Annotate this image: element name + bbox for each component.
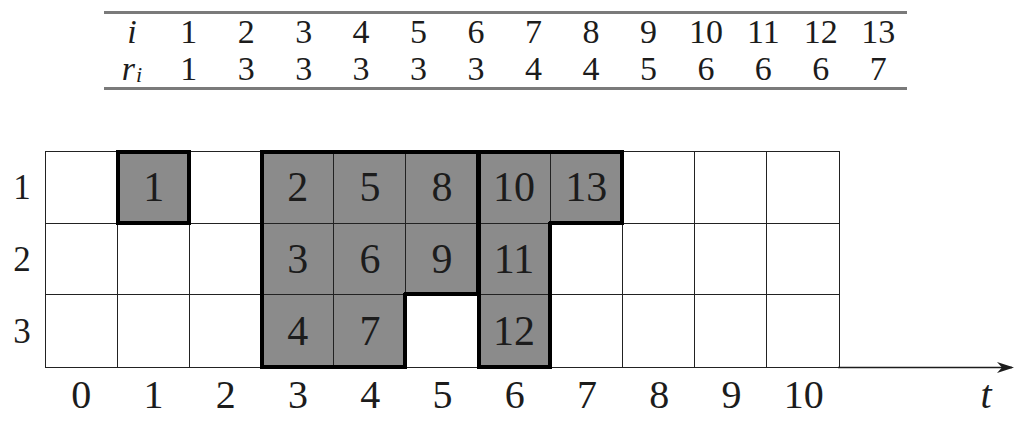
thick-border-r [548, 293, 552, 369]
grid-cell-m2-t7 [551, 224, 623, 296]
machine-label-3: 3 [4, 296, 40, 368]
table-row-label-ri: ri [104, 51, 160, 88]
release-time-job-13: 7 [850, 51, 907, 88]
grid-cell-m3-t0 [46, 295, 118, 367]
grid-cell-m3-t4: 7 [334, 295, 406, 367]
release-time-job-12: 6 [792, 51, 849, 88]
machine-label-1: 1 [4, 151, 40, 223]
machine-labels: 123 [4, 151, 40, 368]
grid-cell-m3-t6: 12 [479, 295, 551, 367]
grid-cell-m1-t0 [46, 152, 118, 224]
table-header-i: i [104, 14, 160, 51]
thick-border-l [477, 222, 481, 297]
job-number-12: 12 [493, 310, 535, 352]
grid-cell-m3-t3: 4 [262, 295, 334, 367]
job-index-8: 8 [562, 14, 619, 51]
release-time-table: i12345678910111213ri1333334456667 [104, 11, 907, 90]
release-time-job-6: 3 [447, 51, 504, 88]
release-time-job-1: 1 [160, 51, 217, 88]
time-tick-3: 3 [262, 373, 334, 417]
time-tick-9: 9 [695, 373, 767, 417]
grid-cell-m2-t9 [695, 224, 767, 296]
job-index-5: 5 [390, 14, 447, 51]
thick-border-b [404, 292, 479, 296]
time-tick-5: 5 [406, 373, 478, 417]
job-number-9: 9 [431, 238, 452, 280]
thick-border-b [549, 221, 624, 225]
thick-border-r [620, 150, 624, 225]
release-time-job-4: 3 [332, 51, 389, 88]
machine-label-2: 2 [4, 223, 40, 295]
job-index-10: 10 [677, 14, 734, 51]
grid-cell-m3-t1 [118, 295, 190, 367]
job-index-12: 12 [792, 14, 849, 51]
grid-cell-m3-t9 [695, 295, 767, 367]
job-number-6: 6 [359, 238, 380, 280]
time-axis-label: t [962, 373, 1010, 417]
grid-cell-m1-t3: 2 [262, 152, 334, 224]
grid-cell-m1-t7: 13 [551, 152, 623, 224]
job-number-11: 11 [494, 238, 534, 280]
grid-cell-m1-t10 [767, 152, 839, 224]
job-index-1: 1 [160, 14, 217, 51]
thick-border-t [332, 150, 407, 154]
thick-border-b [260, 365, 335, 369]
grid-cell-m3-t8 [623, 295, 695, 367]
grid-cell-m2-t8 [623, 224, 695, 296]
thick-border-l [260, 222, 264, 297]
thick-border-b [116, 221, 191, 225]
job-index-7: 7 [505, 14, 562, 51]
release-time-job-8: 4 [562, 51, 619, 88]
grid-cell-m1-t1: 1 [118, 152, 190, 224]
grid-cell-m2-t0 [46, 224, 118, 296]
job-number-8: 8 [431, 166, 452, 208]
time-tick-1: 1 [117, 373, 189, 417]
grid-cell-m2-t3: 3 [262, 224, 334, 296]
thick-border-r [403, 293, 407, 369]
job-number-4: 4 [287, 310, 308, 352]
thick-border-r [548, 222, 552, 297]
job-number-2: 2 [287, 166, 308, 208]
thick-border-b [477, 365, 552, 369]
time-tick-8: 8 [623, 373, 695, 417]
schedule-grid: 12581013369114712 [45, 151, 840, 368]
grid-cell-m2-t6: 11 [479, 224, 551, 296]
job-number-1: 1 [143, 166, 164, 208]
time-tick-7: 7 [551, 373, 623, 417]
thick-border-l [260, 293, 264, 369]
thick-border-t [116, 150, 191, 154]
release-time-job-7: 4 [505, 51, 562, 88]
grid-cell-m3-t5 [406, 295, 478, 367]
job-number-3: 3 [287, 238, 308, 280]
grid-cell-m2-t4: 6 [334, 224, 406, 296]
thick-border-t [404, 150, 479, 154]
figure-page: { "game": "machine-scheduling-gantt (3 m… [0, 0, 1022, 424]
grid-cell-m2-t2 [190, 224, 262, 296]
grid-cell-m1-t4: 5 [334, 152, 406, 224]
job-number-13: 13 [565, 166, 607, 208]
thick-border-t [549, 150, 624, 154]
grid-cell-m2-t10 [767, 224, 839, 296]
grid-cell-m1-t6: 10 [479, 152, 551, 224]
release-time-job-9: 5 [620, 51, 677, 88]
time-tick-10: 10 [768, 373, 840, 417]
job-number-5: 5 [359, 166, 380, 208]
release-time-job-3: 3 [275, 51, 332, 88]
release-time-job-10: 6 [677, 51, 734, 88]
job-index-4: 4 [332, 14, 389, 51]
thick-border-l [477, 150, 481, 225]
release-time-job-5: 3 [390, 51, 447, 88]
grid-cell-m3-t7 [551, 295, 623, 367]
ri-subscript-glyph: i [136, 64, 142, 86]
grid-cell-m3-t10 [767, 295, 839, 367]
grid-cell-m1-t8 [623, 152, 695, 224]
grid-cell-m2-t1 [118, 224, 190, 296]
job-index-2: 2 [217, 14, 274, 51]
grid-cell-m1-t5: 8 [406, 152, 478, 224]
thick-border-b [332, 365, 407, 369]
thick-border-l [477, 293, 481, 369]
time-tick-0: 0 [45, 373, 117, 417]
release-time-job-2: 3 [217, 51, 274, 88]
thick-border-t [477, 150, 552, 154]
grid-cell-m1-t2 [190, 152, 262, 224]
grid-cell-m1-t9 [695, 152, 767, 224]
table-header-i-glyph: i [127, 15, 136, 49]
thick-border-l [116, 150, 120, 225]
job-index-9: 9 [620, 14, 677, 51]
job-index-3: 3 [275, 14, 332, 51]
job-number-10: 10 [493, 166, 535, 208]
grid-cell-m3-t2 [190, 295, 262, 367]
thick-border-r [187, 150, 191, 225]
time-tick-6: 6 [479, 373, 551, 417]
time-tick-2: 2 [190, 373, 262, 417]
ri-base-glyph: r [122, 52, 135, 86]
job-index-6: 6 [447, 14, 504, 51]
job-number-7: 7 [359, 310, 380, 352]
release-time-job-11: 6 [735, 51, 792, 88]
time-tick-4: 4 [334, 373, 406, 417]
thick-border-t [260, 150, 335, 154]
job-index-13: 13 [850, 14, 907, 51]
grid-cell-m2-t5: 9 [406, 224, 478, 296]
thick-border-l [260, 150, 264, 225]
time-axis-ticks: 012345678910 [45, 373, 840, 417]
job-index-11: 11 [735, 14, 792, 51]
